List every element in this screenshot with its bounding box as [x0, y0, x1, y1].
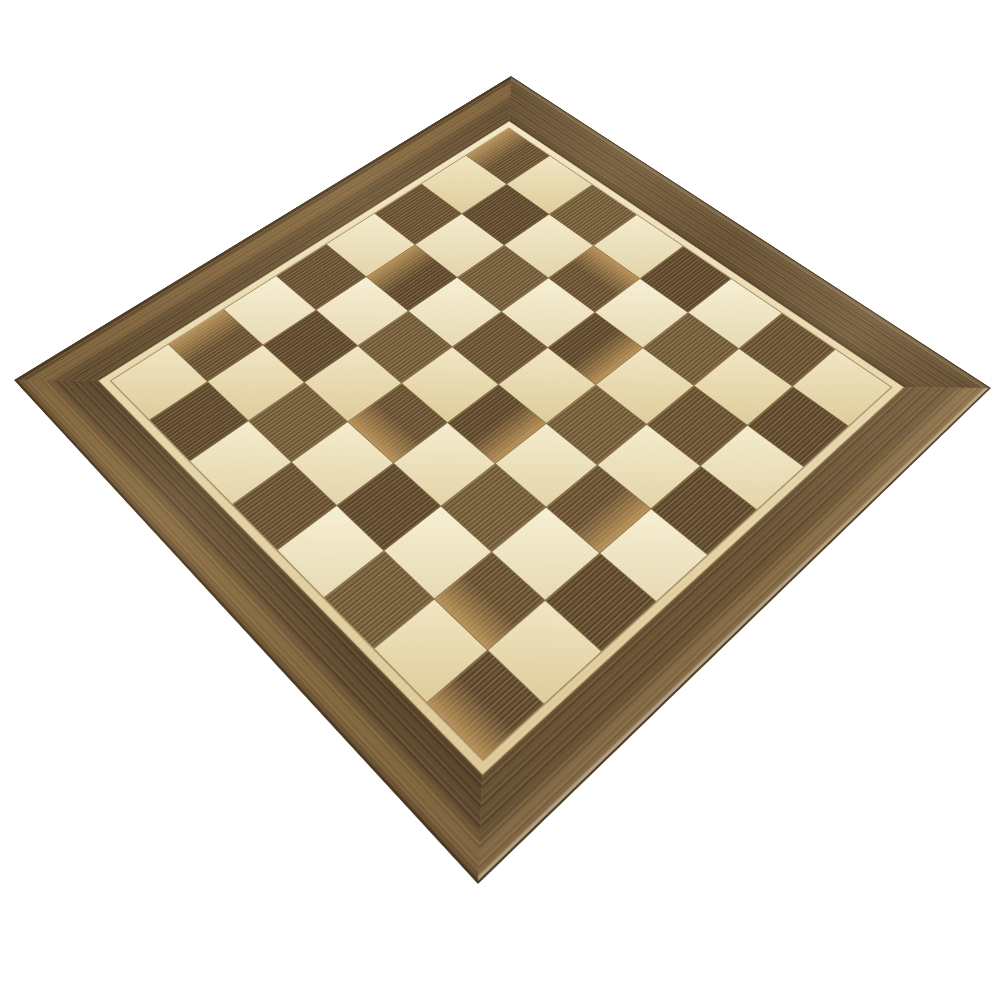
photo-background: [0, 0, 1000, 1000]
chessboard: [14, 76, 991, 884]
playing-field: [111, 128, 890, 759]
